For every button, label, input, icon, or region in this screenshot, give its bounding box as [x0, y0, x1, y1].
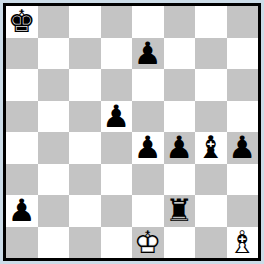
chess-board: ♚♟♟♟♟♝♟♟♜♚♔♝♗ — [6, 6, 258, 258]
square-c1 — [69, 227, 101, 259]
white-king: ♚♔ — [132, 227, 164, 259]
square-b4 — [38, 132, 70, 164]
square-f7 — [164, 38, 196, 70]
square-a6 — [6, 69, 38, 101]
square-c2 — [69, 195, 101, 227]
square-d5: ♟ — [101, 101, 133, 133]
square-b3 — [38, 164, 70, 196]
white-bishop-outline: ♗ — [227, 227, 259, 259]
black-pawn: ♟ — [227, 132, 259, 164]
square-h6 — [227, 69, 259, 101]
square-e8 — [132, 6, 164, 38]
square-c6 — [69, 69, 101, 101]
black-bishop: ♝ — [195, 132, 227, 164]
square-h7 — [227, 38, 259, 70]
square-f2: ♜ — [164, 195, 196, 227]
square-e5 — [132, 101, 164, 133]
white-bishop: ♝♗ — [227, 227, 259, 259]
square-g7 — [195, 38, 227, 70]
square-d2 — [101, 195, 133, 227]
square-h5 — [227, 101, 259, 133]
square-d7 — [101, 38, 133, 70]
square-f8 — [164, 6, 196, 38]
square-b8 — [38, 6, 70, 38]
square-c5 — [69, 101, 101, 133]
square-g6 — [195, 69, 227, 101]
square-d4 — [101, 132, 133, 164]
square-a5 — [6, 101, 38, 133]
square-h1: ♝♗ — [227, 227, 259, 259]
square-d1 — [101, 227, 133, 259]
square-e6 — [132, 69, 164, 101]
diagram-background: ♚♟♟♟♟♝♟♟♜♚♔♝♗ — [0, 0, 264, 264]
square-a1 — [6, 227, 38, 259]
square-h4: ♟ — [227, 132, 259, 164]
square-b2 — [38, 195, 70, 227]
black-rook: ♜ — [164, 195, 196, 227]
black-pawn: ♟ — [164, 132, 196, 164]
square-e2 — [132, 195, 164, 227]
square-d3 — [101, 164, 133, 196]
black-pawn: ♟ — [6, 195, 38, 227]
square-b1 — [38, 227, 70, 259]
square-d6 — [101, 69, 133, 101]
square-e3 — [132, 164, 164, 196]
square-f3 — [164, 164, 196, 196]
square-a8: ♚ — [6, 6, 38, 38]
square-f5 — [164, 101, 196, 133]
square-g3 — [195, 164, 227, 196]
square-c3 — [69, 164, 101, 196]
square-f4: ♟ — [164, 132, 196, 164]
white-king-outline: ♔ — [132, 227, 164, 259]
square-a3 — [6, 164, 38, 196]
square-g1 — [195, 227, 227, 259]
square-g2 — [195, 195, 227, 227]
black-king: ♚ — [6, 6, 38, 38]
square-c8 — [69, 6, 101, 38]
square-g5 — [195, 101, 227, 133]
square-b7 — [38, 38, 70, 70]
square-g4: ♝ — [195, 132, 227, 164]
square-h3 — [227, 164, 259, 196]
square-h8 — [227, 6, 259, 38]
square-e7: ♟ — [132, 38, 164, 70]
square-f6 — [164, 69, 196, 101]
square-a7 — [6, 38, 38, 70]
square-c7 — [69, 38, 101, 70]
board-frame: ♚♟♟♟♟♝♟♟♜♚♔♝♗ — [3, 3, 261, 261]
square-a4 — [6, 132, 38, 164]
square-f1 — [164, 227, 196, 259]
square-d8 — [101, 6, 133, 38]
black-pawn: ♟ — [132, 38, 164, 70]
square-a2: ♟ — [6, 195, 38, 227]
square-b6 — [38, 69, 70, 101]
square-c4 — [69, 132, 101, 164]
square-g8 — [195, 6, 227, 38]
square-e1: ♚♔ — [132, 227, 164, 259]
square-b5 — [38, 101, 70, 133]
black-pawn: ♟ — [132, 132, 164, 164]
black-pawn: ♟ — [101, 101, 133, 133]
square-e4: ♟ — [132, 132, 164, 164]
square-h2 — [227, 195, 259, 227]
